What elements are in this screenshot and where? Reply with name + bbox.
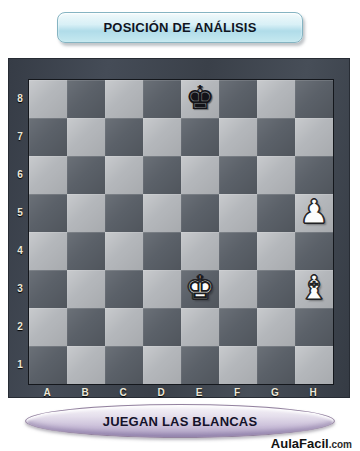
chess-board: 87654321 ♚♟♚♝ ABCDEFGH bbox=[8, 58, 350, 398]
square-h7[interactable] bbox=[295, 118, 333, 156]
square-h6[interactable] bbox=[295, 156, 333, 194]
square-d6[interactable] bbox=[143, 156, 181, 194]
file-label-g: G bbox=[256, 386, 294, 399]
square-e7[interactable] bbox=[181, 118, 219, 156]
square-g4[interactable] bbox=[257, 232, 295, 270]
square-d2[interactable] bbox=[143, 308, 181, 346]
brand-name: AulaFacil bbox=[271, 436, 329, 451]
analysis-title-banner: POSICIÓN DE ANÁLISIS bbox=[57, 12, 303, 43]
file-label-f: F bbox=[218, 386, 256, 399]
square-g6[interactable] bbox=[257, 156, 295, 194]
square-d4[interactable] bbox=[143, 232, 181, 270]
square-c3[interactable] bbox=[105, 270, 143, 308]
square-b1[interactable] bbox=[67, 346, 105, 384]
square-h8[interactable] bbox=[295, 80, 333, 118]
square-a3[interactable] bbox=[29, 270, 67, 308]
file-label-d: D bbox=[142, 386, 180, 399]
square-e4[interactable] bbox=[181, 232, 219, 270]
square-h5[interactable]: ♟ bbox=[295, 194, 333, 232]
analysis-title-label: POSICIÓN DE ANÁLISIS bbox=[103, 20, 256, 35]
square-c4[interactable] bbox=[105, 232, 143, 270]
white-king: ♚ bbox=[185, 269, 215, 307]
square-h3[interactable]: ♝ bbox=[295, 270, 333, 308]
square-g2[interactable] bbox=[257, 308, 295, 346]
file-label-e: E bbox=[180, 386, 218, 399]
rank-label-4: 4 bbox=[13, 231, 27, 269]
square-c6[interactable] bbox=[105, 156, 143, 194]
square-b8[interactable] bbox=[67, 80, 105, 118]
rank-label-7: 7 bbox=[13, 117, 27, 155]
square-g8[interactable] bbox=[257, 80, 295, 118]
file-label-a: A bbox=[28, 386, 66, 399]
square-d1[interactable] bbox=[143, 346, 181, 384]
square-b6[interactable] bbox=[67, 156, 105, 194]
square-d7[interactable] bbox=[143, 118, 181, 156]
square-a4[interactable] bbox=[29, 232, 67, 270]
square-a7[interactable] bbox=[29, 118, 67, 156]
rank-label-1: 1 bbox=[13, 345, 27, 383]
square-g1[interactable] bbox=[257, 346, 295, 384]
file-labels: ABCDEFGH bbox=[28, 386, 332, 399]
square-b2[interactable] bbox=[67, 308, 105, 346]
brand-suffix: .com bbox=[329, 439, 352, 450]
rank-label-2: 2 bbox=[13, 307, 27, 345]
square-c8[interactable] bbox=[105, 80, 143, 118]
square-c1[interactable] bbox=[105, 346, 143, 384]
square-a1[interactable] bbox=[29, 346, 67, 384]
square-f1[interactable] bbox=[219, 346, 257, 384]
square-e1[interactable] bbox=[181, 346, 219, 384]
square-f7[interactable] bbox=[219, 118, 257, 156]
square-d5[interactable] bbox=[143, 194, 181, 232]
square-e5[interactable] bbox=[181, 194, 219, 232]
rank-label-3: 3 bbox=[13, 269, 27, 307]
square-g5[interactable] bbox=[257, 194, 295, 232]
square-b5[interactable] bbox=[67, 194, 105, 232]
square-f4[interactable] bbox=[219, 232, 257, 270]
rank-label-6: 6 bbox=[13, 155, 27, 193]
square-f8[interactable] bbox=[219, 80, 257, 118]
file-label-h: H bbox=[294, 386, 332, 399]
square-a5[interactable] bbox=[29, 194, 67, 232]
square-c5[interactable] bbox=[105, 194, 143, 232]
rank-label-8: 8 bbox=[13, 79, 27, 117]
square-d8[interactable] bbox=[143, 80, 181, 118]
square-c7[interactable] bbox=[105, 118, 143, 156]
black-king: ♚ bbox=[185, 79, 215, 117]
square-f6[interactable] bbox=[219, 156, 257, 194]
square-f2[interactable] bbox=[219, 308, 257, 346]
square-g3[interactable] bbox=[257, 270, 295, 308]
square-d3[interactable] bbox=[143, 270, 181, 308]
square-f5[interactable] bbox=[219, 194, 257, 232]
square-b4[interactable] bbox=[67, 232, 105, 270]
square-e2[interactable] bbox=[181, 308, 219, 346]
square-a8[interactable] bbox=[29, 80, 67, 118]
square-c2[interactable] bbox=[105, 308, 143, 346]
square-f3[interactable] bbox=[219, 270, 257, 308]
square-h2[interactable] bbox=[295, 308, 333, 346]
square-b7[interactable] bbox=[67, 118, 105, 156]
turn-banner-label: JUEGAN LAS BLANCAS bbox=[103, 414, 258, 429]
rank-label-5: 5 bbox=[13, 193, 27, 231]
square-b3[interactable] bbox=[67, 270, 105, 308]
brand-watermark: AulaFacil.com bbox=[271, 434, 352, 451]
turn-banner: JUEGAN LAS BLANCAS bbox=[25, 404, 335, 438]
square-a6[interactable] bbox=[29, 156, 67, 194]
board-grid: ♚♟♚♝ bbox=[28, 79, 334, 385]
square-a2[interactable] bbox=[29, 308, 67, 346]
square-e8[interactable]: ♚ bbox=[181, 80, 219, 118]
square-e6[interactable] bbox=[181, 156, 219, 194]
rank-labels: 87654321 bbox=[13, 79, 27, 383]
file-label-c: C bbox=[104, 386, 142, 399]
file-label-b: B bbox=[66, 386, 104, 399]
square-g7[interactable] bbox=[257, 118, 295, 156]
square-h4[interactable] bbox=[295, 232, 333, 270]
square-e3[interactable]: ♚ bbox=[181, 270, 219, 308]
white-bishop: ♝ bbox=[299, 269, 329, 307]
white-pawn: ♟ bbox=[299, 193, 329, 231]
square-h1[interactable] bbox=[295, 346, 333, 384]
